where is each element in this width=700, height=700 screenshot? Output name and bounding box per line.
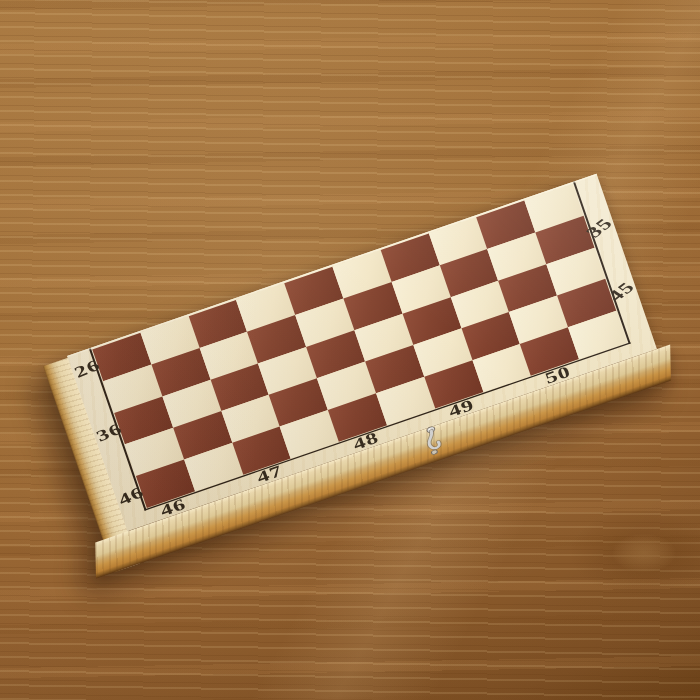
photo-stage: 26364635454647484950 [0, 0, 700, 700]
chess-box: 26364635454647484950 [67, 174, 657, 532]
border-label: 45 [604, 279, 638, 304]
border-label: 35 [582, 216, 616, 241]
border-label: 46 [115, 484, 146, 508]
box-shadow-wrap: 26364635454647484950 [0, 0, 700, 700]
border-label: 36 [93, 420, 124, 444]
border-label: 26 [72, 357, 103, 381]
